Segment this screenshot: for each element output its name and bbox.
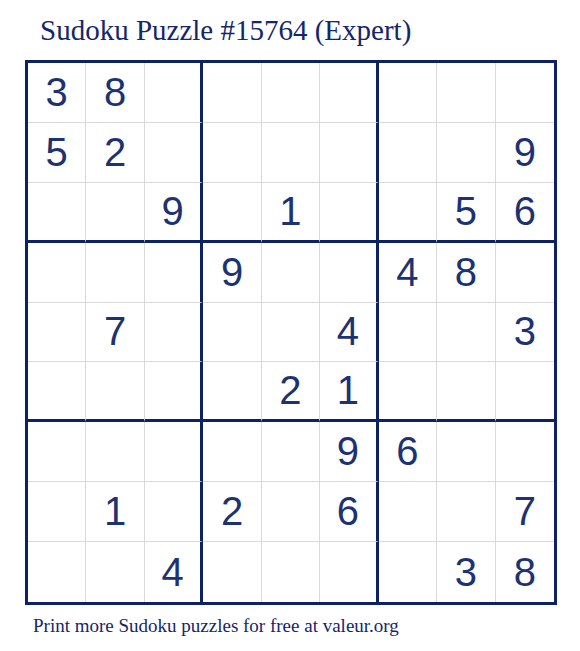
cell-r2c2: 2 xyxy=(86,123,144,183)
cell-r4c9 xyxy=(496,243,554,303)
cell-r8c4: 2 xyxy=(203,482,261,542)
sudoku-page: Sudoku Puzzle #15764 (Expert) 3852991569… xyxy=(0,0,580,651)
cell-r3c3: 9 xyxy=(145,183,203,243)
cell-r1c2: 8 xyxy=(86,63,144,123)
cell-r7c1 xyxy=(28,422,86,482)
cell-r4c7: 4 xyxy=(379,243,437,303)
cell-r5c6: 4 xyxy=(320,303,378,363)
cell-r9c3: 4 xyxy=(145,542,203,602)
cell-r2c7 xyxy=(379,123,437,183)
cell-r2c6 xyxy=(320,123,378,183)
cell-r5c2: 7 xyxy=(86,303,144,363)
cell-r5c4 xyxy=(203,303,261,363)
cell-r3c9: 6 xyxy=(496,183,554,243)
cell-r8c8 xyxy=(437,482,495,542)
cell-r5c8 xyxy=(437,303,495,363)
cell-r7c8 xyxy=(437,422,495,482)
cell-r6c3 xyxy=(145,362,203,422)
cell-r6c6: 1 xyxy=(320,362,378,422)
cell-r3c6 xyxy=(320,183,378,243)
cell-r4c5 xyxy=(262,243,320,303)
cell-r6c7 xyxy=(379,362,437,422)
cell-r2c5 xyxy=(262,123,320,183)
footer-text: Print more Sudoku puzzles for free at va… xyxy=(33,614,399,638)
cell-r6c1 xyxy=(28,362,86,422)
cell-r6c4 xyxy=(203,362,261,422)
cell-r2c1: 5 xyxy=(28,123,86,183)
cell-r9c6 xyxy=(320,542,378,602)
cell-r3c8: 5 xyxy=(437,183,495,243)
cell-r2c8 xyxy=(437,123,495,183)
cell-r7c6: 9 xyxy=(320,422,378,482)
cell-r3c4 xyxy=(203,183,261,243)
cell-r1c7 xyxy=(379,63,437,123)
cell-r3c7 xyxy=(379,183,437,243)
cell-r8c2: 1 xyxy=(86,482,144,542)
cell-r6c5: 2 xyxy=(262,362,320,422)
cell-r5c9: 3 xyxy=(496,303,554,363)
cell-r3c2 xyxy=(86,183,144,243)
cell-r9c8: 3 xyxy=(437,542,495,602)
cell-r5c7 xyxy=(379,303,437,363)
cell-r4c1 xyxy=(28,243,86,303)
cell-r2c4 xyxy=(203,123,261,183)
cell-r6c9 xyxy=(496,362,554,422)
cell-r4c6 xyxy=(320,243,378,303)
cell-r4c3 xyxy=(145,243,203,303)
cell-r2c3 xyxy=(145,123,203,183)
cell-r8c7 xyxy=(379,482,437,542)
cell-r4c2 xyxy=(86,243,144,303)
cell-r3c5: 1 xyxy=(262,183,320,243)
cell-r1c5 xyxy=(262,63,320,123)
cell-r8c6: 6 xyxy=(320,482,378,542)
cell-r7c7: 6 xyxy=(379,422,437,482)
cell-r9c1 xyxy=(28,542,86,602)
cell-r7c4 xyxy=(203,422,261,482)
cell-r1c9 xyxy=(496,63,554,123)
cell-r1c4 xyxy=(203,63,261,123)
cell-r9c2 xyxy=(86,542,144,602)
cell-r7c9 xyxy=(496,422,554,482)
cell-r1c1: 3 xyxy=(28,63,86,123)
cell-r5c3 xyxy=(145,303,203,363)
cell-r4c4: 9 xyxy=(203,243,261,303)
cell-r1c8 xyxy=(437,63,495,123)
cell-r7c2 xyxy=(86,422,144,482)
cell-r1c3 xyxy=(145,63,203,123)
cell-r7c5 xyxy=(262,422,320,482)
cell-r5c5 xyxy=(262,303,320,363)
cell-r5c1 xyxy=(28,303,86,363)
cell-r9c7 xyxy=(379,542,437,602)
cell-r2c9: 9 xyxy=(496,123,554,183)
cell-r3c1 xyxy=(28,183,86,243)
cell-r6c8 xyxy=(437,362,495,422)
cell-r8c5 xyxy=(262,482,320,542)
cell-r9c9: 8 xyxy=(496,542,554,602)
cell-r9c4 xyxy=(203,542,261,602)
cell-r6c2 xyxy=(86,362,144,422)
cell-r8c1 xyxy=(28,482,86,542)
cell-r1c6 xyxy=(320,63,378,123)
cell-r7c3 xyxy=(145,422,203,482)
sudoku-board: 38529915694874321961267438 xyxy=(25,60,557,605)
cell-r9c5 xyxy=(262,542,320,602)
cell-r8c9: 7 xyxy=(496,482,554,542)
cell-r4c8: 8 xyxy=(437,243,495,303)
cell-r8c3 xyxy=(145,482,203,542)
page-title: Sudoku Puzzle #15764 (Expert) xyxy=(40,12,411,48)
